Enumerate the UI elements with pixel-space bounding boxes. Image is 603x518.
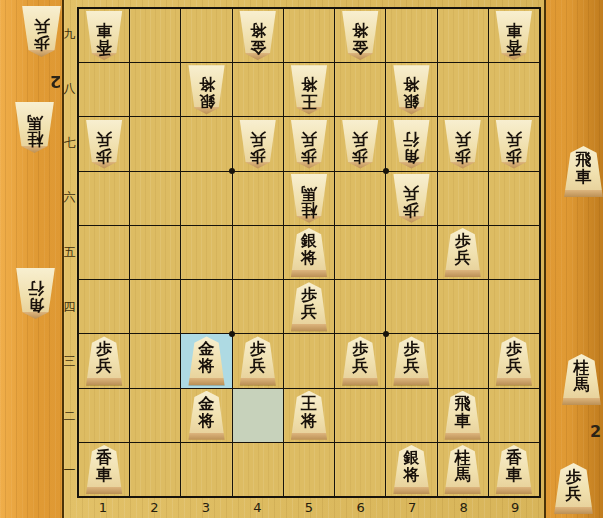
rank-label-八: 八 <box>62 62 77 117</box>
square-3九[interactable] <box>181 9 231 62</box>
koma-kanji: 飛 車 <box>576 152 592 191</box>
square-9六[interactable] <box>489 172 539 225</box>
square-5二[interactable]: 王 将 <box>284 389 334 442</box>
koma-pawn[interactable]: 歩 兵 <box>237 336 279 385</box>
square-2四[interactable] <box>130 280 180 333</box>
square-4二[interactable] <box>233 389 283 442</box>
koma-kanji: 歩 兵 <box>455 233 471 272</box>
square-8五[interactable]: 歩 兵 <box>438 226 488 279</box>
hoshi-dot <box>229 331 235 337</box>
square-1二[interactable] <box>79 389 129 442</box>
square-1四[interactable] <box>79 280 129 333</box>
file-label-3: 3 <box>180 498 232 517</box>
hoshi-dot <box>229 168 235 174</box>
square-7九[interactable] <box>386 9 436 62</box>
square-5三[interactable] <box>284 334 334 387</box>
square-5八[interactable]: 王 将 <box>284 63 334 116</box>
hand-knight[interactable]: 桂 馬 <box>559 354 603 405</box>
koma-pawn[interactable]: 歩 兵 <box>442 228 484 277</box>
square-1五[interactable] <box>79 226 129 279</box>
square-5九[interactable] <box>284 9 334 62</box>
hand-rook[interactable]: 飛 車 <box>561 146 603 197</box>
square-1七[interactable]: 歩 兵 <box>79 117 129 170</box>
square-4四[interactable] <box>233 280 283 333</box>
koma-kanji: 香 車 <box>96 450 112 489</box>
square-4六[interactable] <box>233 172 283 225</box>
koma-pawn[interactable]: 歩 兵 <box>83 120 125 169</box>
hand-knight[interactable]: 桂 馬 <box>12 102 57 153</box>
square-4七[interactable]: 歩 兵 <box>233 117 283 170</box>
top-player-hand-tray[interactable]: 歩 兵2桂 馬角 行 <box>0 0 62 518</box>
koma-kanji: 桂 馬 <box>27 108 43 147</box>
koma-kanji: 歩 兵 <box>250 125 266 164</box>
square-2八[interactable] <box>130 63 180 116</box>
koma-gold[interactable]: 金 将 <box>186 336 228 385</box>
koma-pawn[interactable]: 歩 兵 <box>390 336 432 385</box>
koma-gold[interactable]: 金 将 <box>237 11 279 60</box>
file-label-8: 8 <box>438 498 490 517</box>
hand-pawn[interactable]: 歩 兵 <box>551 463 596 514</box>
square-8七[interactable]: 歩 兵 <box>438 117 488 170</box>
square-5一[interactable] <box>284 443 334 496</box>
koma-kanji: 歩 兵 <box>250 341 266 380</box>
koma-gold[interactable]: 金 将 <box>339 11 381 60</box>
file-label-6: 6 <box>335 498 387 517</box>
koma-kanji: 銀 将 <box>403 450 419 489</box>
rank-labels: 九八七六五四三二一 <box>62 7 77 498</box>
square-4一[interactable] <box>233 443 283 496</box>
square-9四[interactable] <box>489 280 539 333</box>
koma-bishop[interactable]: 角 行 <box>13 268 58 319</box>
square-6三[interactable]: 歩 兵 <box>335 334 385 387</box>
square-7七[interactable]: 角 行 <box>386 117 436 170</box>
koma-pawn[interactable]: 歩 兵 <box>288 282 330 331</box>
koma-knight[interactable]: 桂 馬 <box>559 354 603 405</box>
koma-kanji: 飛 車 <box>455 396 471 435</box>
koma-pawn[interactable]: 歩 兵 <box>390 174 432 223</box>
square-6一[interactable] <box>335 443 385 496</box>
square-9八[interactable] <box>489 63 539 116</box>
square-7二[interactable] <box>386 389 436 442</box>
koma-silver[interactable]: 銀 将 <box>390 445 432 494</box>
koma-silver[interactable]: 銀 将 <box>390 65 432 114</box>
koma-pawn[interactable]: 歩 兵 <box>339 336 381 385</box>
koma-pawn[interactable]: 歩 兵 <box>493 336 535 385</box>
koma-kanji: 銀 将 <box>301 233 317 272</box>
koma-kanji: 角 行 <box>403 125 419 164</box>
koma-silver[interactable]: 銀 将 <box>186 65 228 114</box>
koma-king[interactable]: 王 将 <box>288 65 330 114</box>
square-8九[interactable] <box>438 9 488 62</box>
koma-pawn[interactable]: 歩 兵 <box>237 120 279 169</box>
koma-kanji: 銀 将 <box>403 70 419 109</box>
rank-label-四: 四 <box>62 280 77 335</box>
square-8四[interactable] <box>438 280 488 333</box>
koma-kanji: 金 将 <box>352 16 368 55</box>
square-3三[interactable]: 金 将 <box>181 334 231 387</box>
rank-label-六: 六 <box>62 171 77 226</box>
shogi-app: 九八七六五四三二一 香 車金 将金 将香 車銀 将王 将銀 将歩 兵歩 兵歩 兵… <box>0 0 603 518</box>
square-4五[interactable] <box>233 226 283 279</box>
square-7五[interactable] <box>386 226 436 279</box>
square-2二[interactable] <box>130 389 180 442</box>
square-1六[interactable] <box>79 172 129 225</box>
square-8一[interactable]: 桂 馬 <box>438 443 488 496</box>
square-2三[interactable] <box>130 334 180 387</box>
bottom-player-hand-tray[interactable]: 飛 車桂 馬歩 兵2 <box>546 0 603 518</box>
koma-bishop[interactable]: 角 行 <box>390 120 432 169</box>
square-5四[interactable]: 歩 兵 <box>284 280 334 333</box>
hoshi-dot <box>383 168 389 174</box>
koma-kanji: 歩 兵 <box>566 469 582 508</box>
square-1三[interactable]: 歩 兵 <box>79 334 129 387</box>
square-7四[interactable] <box>386 280 436 333</box>
square-5五[interactable]: 銀 将 <box>284 226 334 279</box>
file-label-5: 5 <box>283 498 335 517</box>
koma-kanji: 歩 兵 <box>403 179 419 218</box>
hand-bishop[interactable]: 角 行 <box>13 268 58 319</box>
koma-silver[interactable]: 銀 将 <box>288 228 330 277</box>
square-3五[interactable] <box>181 226 231 279</box>
koma-kanji: 歩 兵 <box>301 125 317 164</box>
koma-rook[interactable]: 飛 車 <box>442 391 484 440</box>
koma-kanji: 金 将 <box>199 396 215 435</box>
koma-kanji: 歩 兵 <box>352 341 368 380</box>
file-label-4: 4 <box>232 498 284 517</box>
square-3二[interactable]: 金 将 <box>181 389 231 442</box>
koma-kanji: 歩 兵 <box>34 12 50 51</box>
hoshi-dot <box>383 331 389 337</box>
square-4三[interactable]: 歩 兵 <box>233 334 283 387</box>
square-7三[interactable]: 歩 兵 <box>386 334 436 387</box>
square-8六[interactable] <box>438 172 488 225</box>
rank-label-三: 三 <box>62 334 77 389</box>
koma-king[interactable]: 王 将 <box>288 391 330 440</box>
square-6九[interactable]: 金 将 <box>335 9 385 62</box>
koma-kanji: 歩 兵 <box>506 341 522 380</box>
file-label-1: 1 <box>77 498 129 517</box>
square-1八[interactable] <box>79 63 129 116</box>
square-5六[interactable]: 桂 馬 <box>284 172 334 225</box>
koma-kanji: 香 車 <box>506 450 522 489</box>
koma-knight[interactable]: 桂 馬 <box>12 102 57 153</box>
square-9九[interactable]: 香 車 <box>489 9 539 62</box>
square-6五[interactable] <box>335 226 385 279</box>
hand-pawn[interactable]: 歩 兵 <box>19 6 64 57</box>
koma-kanji: 銀 将 <box>199 70 215 109</box>
square-6二[interactable] <box>335 389 385 442</box>
square-1九[interactable]: 香 車 <box>79 9 129 62</box>
square-3七[interactable] <box>181 117 231 170</box>
koma-kanji: 桂 馬 <box>301 179 317 218</box>
square-3八[interactable]: 銀 将 <box>181 63 231 116</box>
koma-pawn[interactable]: 歩 兵 <box>339 120 381 169</box>
square-1一[interactable]: 香 車 <box>79 443 129 496</box>
square-9三[interactable]: 歩 兵 <box>489 334 539 387</box>
square-2一[interactable] <box>130 443 180 496</box>
koma-knight[interactable]: 桂 馬 <box>288 174 330 223</box>
square-2九[interactable] <box>130 9 180 62</box>
koma-lance[interactable]: 香 車 <box>83 11 125 60</box>
square-7八[interactable]: 銀 将 <box>386 63 436 116</box>
koma-pawn[interactable]: 歩 兵 <box>288 120 330 169</box>
koma-kanji: 歩 兵 <box>455 125 471 164</box>
rank-label-二: 二 <box>62 389 77 444</box>
koma-kanji: 香 車 <box>96 16 112 55</box>
square-2六[interactable] <box>130 172 180 225</box>
square-3四[interactable] <box>181 280 231 333</box>
square-7六[interactable]: 歩 兵 <box>386 172 436 225</box>
square-7一[interactable]: 銀 将 <box>386 443 436 496</box>
rank-label-一: 一 <box>62 443 77 498</box>
koma-kanji: 歩 兵 <box>96 341 112 380</box>
square-2七[interactable] <box>130 117 180 170</box>
rank-label-七: 七 <box>62 116 77 171</box>
koma-kanji: 金 将 <box>199 341 215 380</box>
hand-count: 2 <box>50 72 61 91</box>
koma-pawn[interactable]: 歩 兵 <box>551 463 596 514</box>
koma-lance[interactable]: 香 車 <box>493 445 535 494</box>
square-6八[interactable] <box>335 63 385 116</box>
square-2五[interactable] <box>130 226 180 279</box>
square-6四[interactable] <box>335 280 385 333</box>
file-label-9: 9 <box>489 498 541 517</box>
koma-knight[interactable]: 桂 馬 <box>442 445 484 494</box>
square-6七[interactable]: 歩 兵 <box>335 117 385 170</box>
square-9二[interactable] <box>489 389 539 442</box>
koma-gold[interactable]: 金 将 <box>186 391 228 440</box>
koma-kanji: 歩 兵 <box>506 125 522 164</box>
shogi-board[interactable]: 香 車金 将金 将香 車銀 将王 将銀 将歩 兵歩 兵歩 兵歩 兵角 行歩 兵歩… <box>77 7 541 498</box>
koma-lance[interactable]: 香 車 <box>493 11 535 60</box>
rank-label-九: 九 <box>62 7 77 62</box>
koma-pawn[interactable]: 歩 兵 <box>442 120 484 169</box>
square-3一[interactable] <box>181 443 231 496</box>
square-8二[interactable]: 飛 車 <box>438 389 488 442</box>
square-8三[interactable] <box>438 334 488 387</box>
square-5七[interactable]: 歩 兵 <box>284 117 334 170</box>
square-8八[interactable] <box>438 63 488 116</box>
square-6六[interactable] <box>335 172 385 225</box>
koma-kanji: 歩 兵 <box>301 287 317 326</box>
koma-kanji: 王 将 <box>301 70 317 109</box>
hand-count: 2 <box>590 422 601 441</box>
square-3六[interactable] <box>181 172 231 225</box>
koma-kanji: 歩 兵 <box>96 125 112 164</box>
square-4八[interactable] <box>233 63 283 116</box>
file-labels: 123456789 <box>77 498 541 517</box>
koma-pawn[interactable]: 歩 兵 <box>83 336 125 385</box>
koma-lance[interactable]: 香 車 <box>83 445 125 494</box>
koma-kanji: 香 車 <box>506 16 522 55</box>
koma-pawn[interactable]: 歩 兵 <box>19 6 64 57</box>
koma-kanji: 歩 兵 <box>352 125 368 164</box>
rank-label-五: 五 <box>62 225 77 280</box>
square-9一[interactable]: 香 車 <box>489 443 539 496</box>
file-label-7: 7 <box>386 498 438 517</box>
file-label-2: 2 <box>129 498 181 517</box>
square-9七[interactable]: 歩 兵 <box>489 117 539 170</box>
koma-kanji: 歩 兵 <box>403 341 419 380</box>
square-9五[interactable] <box>489 226 539 279</box>
koma-rook[interactable]: 飛 車 <box>561 146 603 197</box>
koma-pawn[interactable]: 歩 兵 <box>493 120 535 169</box>
koma-kanji: 桂 馬 <box>455 450 471 489</box>
koma-kanji: 桂 馬 <box>574 360 590 399</box>
square-4九[interactable]: 金 将 <box>233 9 283 62</box>
koma-kanji: 王 将 <box>301 396 317 435</box>
koma-kanji: 角 行 <box>28 274 44 313</box>
koma-kanji: 金 将 <box>250 16 266 55</box>
